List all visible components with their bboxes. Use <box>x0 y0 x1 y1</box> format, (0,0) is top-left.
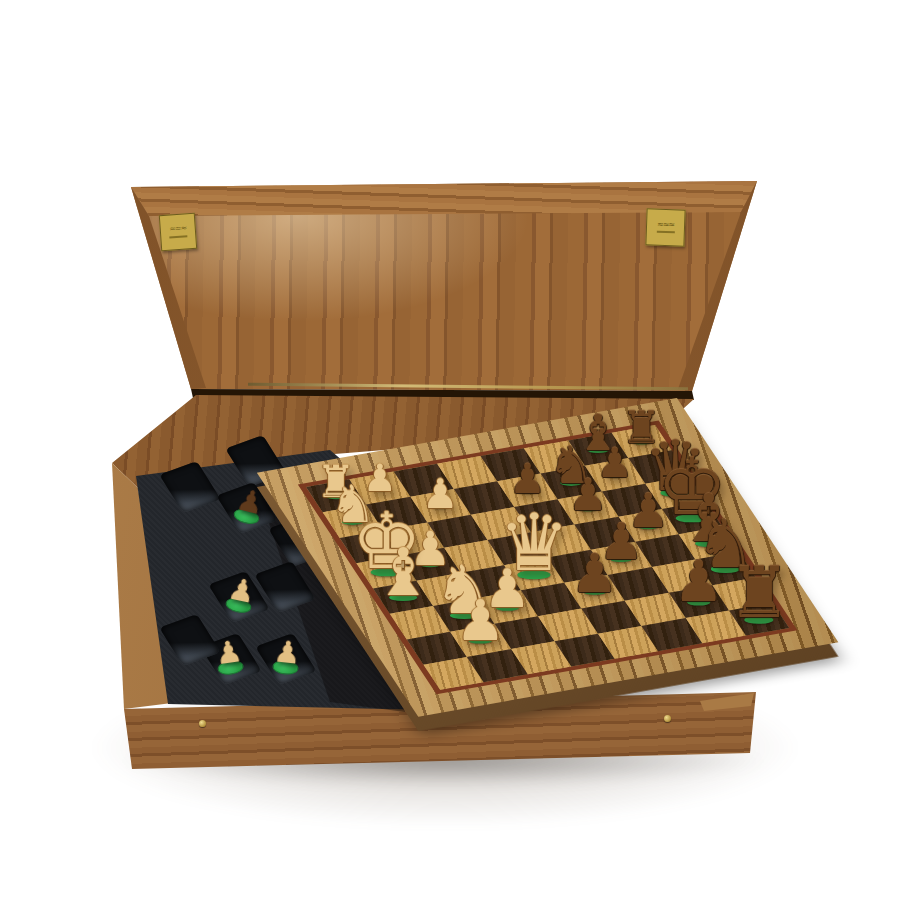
tray-piece-light-pawn: ♟ <box>272 636 303 676</box>
light-pawn-glyph: ♟ <box>273 636 303 669</box>
light-pawn-glyph: ♟ <box>214 636 245 669</box>
foam-cutout-1 <box>159 461 220 513</box>
tray-piece-light-pawn: ♟ <box>214 636 246 676</box>
product-photo-scene: ≈≈≈ ≈≈≈ ♟♟♟♟ ♜♞♚♝♟♟♞♟♟♟♛♟♞♟♟♟♝♟♟♟♜♛♚♝♞♜ <box>0 0 902 902</box>
